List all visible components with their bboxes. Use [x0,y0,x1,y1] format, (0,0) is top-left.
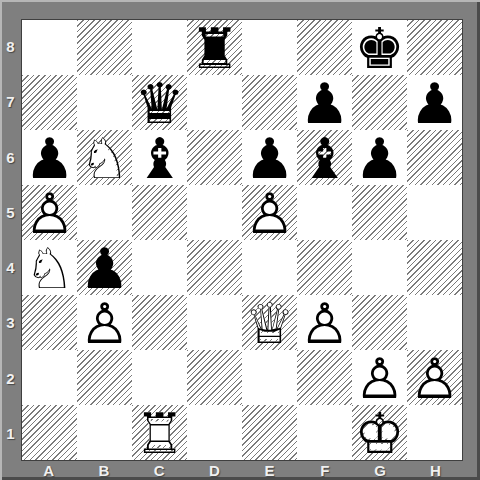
square-f8[interactable] [297,20,352,75]
black-bishop-piece: ♝ [297,130,352,185]
square-h6[interactable] [407,130,462,185]
square-e6[interactable]: ♟ [242,130,297,185]
square-g8[interactable]: ♚ [352,20,407,75]
white-pawn-piece: ♟♙ [297,295,352,350]
black-bishop-piece: ♝ [132,130,187,185]
piece-glyph: ♛ [132,76,187,131]
file-label-e: E [242,461,297,480]
white-queen-piece: ♛♕ [242,295,297,350]
square-d1[interactable] [187,405,242,460]
square-b3[interactable]: ♟♙ [77,295,132,350]
black-pawn-piece: ♟ [297,75,352,130]
rank-label-5: 5 [0,185,21,240]
piece-outline: ♙ [22,186,77,241]
square-h8[interactable] [407,20,462,75]
square-h5[interactable] [407,185,462,240]
square-h1[interactable] [407,405,462,460]
square-c1[interactable]: ♜♖ [132,405,187,460]
square-c8[interactable] [132,20,187,75]
square-g1[interactable]: ♚♔ [352,405,407,460]
rank-label-6: 6 [0,130,21,185]
square-c3[interactable] [132,295,187,350]
piece-glyph: ♟ [352,131,407,186]
diagram-frame: 87654321 ♜♚♛♟♟♟♞♘♝♟♝♟♟♙♟♙♞♘♟♟♙♛♕♟♙♟♙♟♙♜♖… [0,0,480,480]
piece-outline: ♔ [352,406,407,461]
square-g6[interactable]: ♟ [352,130,407,185]
square-d3[interactable] [187,295,242,350]
square-b6[interactable]: ♞♘ [77,130,132,185]
square-a7[interactable] [22,75,77,130]
file-label-g: G [353,461,408,480]
square-e4[interactable] [242,240,297,295]
square-h3[interactable] [407,295,462,350]
white-pawn-piece: ♟♙ [77,295,132,350]
square-c7[interactable]: ♛ [132,75,187,130]
square-g5[interactable] [352,185,407,240]
file-label-f: F [297,461,352,480]
square-c5[interactable] [132,185,187,240]
square-d4[interactable] [187,240,242,295]
square-b2[interactable] [77,350,132,405]
square-e1[interactable] [242,405,297,460]
black-pawn-piece: ♟ [242,130,297,185]
square-d2[interactable] [187,350,242,405]
black-pawn-piece: ♟ [407,75,462,130]
square-f7[interactable]: ♟ [297,75,352,130]
file-label-c: C [132,461,187,480]
rank-labels: 87654321 [0,19,21,461]
square-c2[interactable] [132,350,187,405]
rank-label-2: 2 [0,351,21,406]
file-label-a: A [21,461,76,480]
square-h4[interactable] [407,240,462,295]
square-a5[interactable]: ♟♙ [22,185,77,240]
square-a6[interactable]: ♟ [22,130,77,185]
rank-label-7: 7 [0,74,21,129]
rank-label-3: 3 [0,295,21,350]
square-e2[interactable] [242,350,297,405]
black-pawn-piece: ♟ [352,130,407,185]
file-label-b: B [76,461,131,480]
square-d6[interactable] [187,130,242,185]
square-a3[interactable] [22,295,77,350]
square-g7[interactable] [352,75,407,130]
piece-glyph: ♟ [242,131,297,186]
white-knight-piece: ♞♘ [22,240,77,295]
piece-glyph: ♟ [77,241,132,296]
piece-outline: ♘ [22,241,77,296]
square-f3[interactable]: ♟♙ [297,295,352,350]
square-a1[interactable] [22,405,77,460]
black-pawn-piece: ♟ [77,240,132,295]
white-pawn-piece: ♟♙ [352,350,407,405]
piece-glyph: ♝ [297,131,352,186]
square-f4[interactable] [297,240,352,295]
square-g4[interactable] [352,240,407,295]
square-b4[interactable]: ♟ [77,240,132,295]
rank-label-1: 1 [0,406,21,461]
piece-glyph: ♜ [187,21,242,76]
white-pawn-piece: ♟♙ [22,185,77,240]
square-a4[interactable]: ♞♘ [22,240,77,295]
black-king-piece: ♚ [352,20,407,75]
piece-outline: ♖ [132,406,187,461]
white-king-piece: ♚♔ [352,405,407,460]
white-pawn-piece: ♟♙ [407,350,462,405]
piece-glyph: ♝ [132,131,187,186]
file-label-d: D [187,461,242,480]
square-b5[interactable] [77,185,132,240]
square-c4[interactable] [132,240,187,295]
piece-glyph: ♟ [407,76,462,131]
file-label-h: H [408,461,463,480]
square-b7[interactable] [77,75,132,130]
white-rook-piece: ♜♖ [132,405,187,460]
white-knight-piece: ♞♘ [77,130,132,185]
piece-glyph: ♟ [297,76,352,131]
square-f1[interactable] [297,405,352,460]
file-labels: ABCDEFGH [21,461,463,480]
square-e3[interactable]: ♛♕ [242,295,297,350]
piece-outline: ♙ [297,296,352,351]
square-f5[interactable] [297,185,352,240]
piece-glyph: ♟ [22,131,77,186]
piece-outline: ♘ [77,131,132,186]
square-a8[interactable] [22,20,77,75]
square-e8[interactable] [242,20,297,75]
square-d8[interactable]: ♜ [187,20,242,75]
square-e5[interactable]: ♟♙ [242,185,297,240]
piece-outline: ♙ [352,351,407,406]
square-h7[interactable]: ♟ [407,75,462,130]
piece-outline: ♕ [242,296,297,351]
square-c6[interactable]: ♝ [132,130,187,185]
square-e7[interactable] [242,75,297,130]
black-pawn-piece: ♟ [22,130,77,185]
piece-outline: ♙ [407,351,462,406]
square-b1[interactable] [77,405,132,460]
black-queen-piece: ♛ [132,75,187,130]
chess-board: ♜♚♛♟♟♟♞♘♝♟♝♟♟♙♟♙♞♘♟♟♙♛♕♟♙♟♙♟♙♜♖♚♔ [21,19,463,461]
white-pawn-piece: ♟♙ [242,185,297,240]
square-g2[interactable]: ♟♙ [352,350,407,405]
square-f6[interactable]: ♝ [297,130,352,185]
square-f2[interactable] [297,350,352,405]
square-d5[interactable] [187,185,242,240]
piece-outline: ♙ [242,186,297,241]
black-rook-piece: ♜ [187,20,242,75]
square-a2[interactable] [22,350,77,405]
square-g3[interactable] [352,295,407,350]
piece-outline: ♙ [77,296,132,351]
rank-label-8: 8 [0,19,21,74]
square-d7[interactable] [187,75,242,130]
piece-glyph: ♚ [352,21,407,76]
square-b8[interactable] [77,20,132,75]
square-h2[interactable]: ♟♙ [407,350,462,405]
rank-label-4: 4 [0,240,21,295]
